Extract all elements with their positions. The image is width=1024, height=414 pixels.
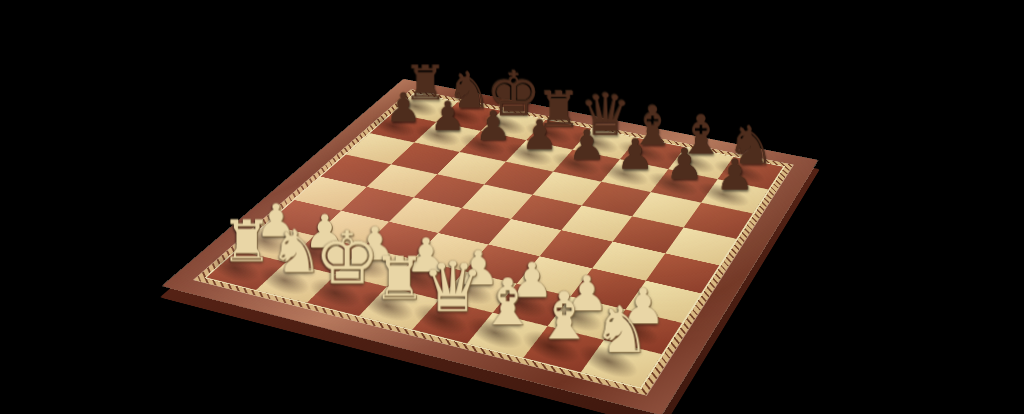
square-c7[interactable]: ♟ (460, 131, 527, 162)
square-b8[interactable]: ♞ (436, 102, 501, 131)
piece-shadow (543, 149, 608, 179)
piece-shadow (429, 102, 489, 129)
square-h7[interactable]: ♟ (701, 179, 768, 213)
square-a6[interactable] (346, 133, 414, 164)
piece-black-queen-e8[interactable]: ♛ (576, 86, 634, 144)
piece-white-knight-h1[interactable]: ♞ (589, 299, 653, 363)
board-frame: ♜♞♚♜♛♝♝♞♟♟♟♟♟♟♟♟♟♟♟♟♟♟♟♟♜♞♚♜♛♝♝♞ (162, 79, 818, 414)
piece-shadow (517, 119, 579, 147)
piece-shadow (451, 130, 513, 159)
piece-shadow (657, 147, 723, 177)
scene-background: ♜♞♚♜♛♝♝♞♟♟♟♟♟♟♟♟♟♟♟♟♟♟♟♟♜♞♚♜♛♝♝♞ (0, 0, 1024, 414)
piece-shadow (639, 168, 706, 200)
square-d8[interactable]: ♜ (526, 120, 591, 150)
piece-black-pawn-g7[interactable]: ♟ (663, 143, 706, 186)
piece-black-knight-h8[interactable]: ♞ (724, 120, 777, 173)
piece-black-pawn-h7[interactable]: ♟ (713, 153, 756, 196)
square-c8[interactable]: ♚ (481, 111, 546, 140)
scene: ♜♞♚♜♛♝♝♞♟♟♟♟♟♟♟♟♟♟♟♟♟♟♟♟♜♞♚♜♛♝♝♞ (0, 0, 1024, 414)
square-c6[interactable] (437, 152, 506, 184)
piece-shadow (497, 140, 560, 170)
piece-black-bishop-f8[interactable]: ♝ (626, 99, 680, 153)
piece-shadow (610, 137, 674, 167)
piece-black-pawn-b7[interactable]: ♟ (428, 96, 468, 136)
square-c5[interactable] (414, 174, 485, 208)
board-grid: ♜♞♚♜♛♝♝♞♟♟♟♟♟♟♟♟♟♟♟♟♟♟♟♟♜♞♚♜♛♝♝♞ (207, 94, 783, 388)
piece-shadow (386, 93, 445, 120)
chess-board: ♜♞♚♜♛♝♝♞♟♟♟♟♟♟♟♟♟♟♟♟♟♟♟♟♜♞♚♜♛♝♝♞ (162, 79, 818, 414)
piece-shadow (363, 112, 423, 140)
square-e6[interactable] (533, 172, 602, 206)
square-a7[interactable]: ♟ (370, 113, 437, 143)
piece-black-rook-d8[interactable]: ♜ (534, 85, 584, 135)
square-g6[interactable] (632, 192, 701, 227)
square-h8[interactable]: ♞ (718, 157, 783, 190)
square-f5[interactable] (561, 205, 632, 241)
piece-white-bishop-g1[interactable]: ♝ (531, 283, 596, 348)
square-f7[interactable]: ♟ (601, 159, 668, 192)
square-f6[interactable] (582, 182, 651, 216)
piece-black-pawn-c7[interactable]: ♟ (473, 105, 514, 146)
square-g7[interactable]: ♟ (651, 169, 718, 203)
square-f8[interactable]: ♝ (620, 138, 685, 169)
piece-shadow (689, 178, 757, 211)
square-e7[interactable]: ♟ (553, 150, 620, 182)
piece-black-pawn-d7[interactable]: ♟ (519, 114, 560, 155)
piece-black-bishop-g8[interactable]: ♝ (674, 109, 729, 164)
piece-black-pawn-e7[interactable]: ♟ (566, 124, 608, 166)
square-b5[interactable] (367, 164, 437, 197)
square-g8[interactable]: ♝ (668, 147, 733, 179)
piece-shadow (407, 121, 468, 150)
piece-black-pawn-f7[interactable]: ♟ (614, 133, 656, 175)
piece-shadow (706, 156, 773, 187)
square-d6[interactable] (484, 162, 553, 195)
square-a8[interactable]: ♜ (393, 94, 458, 122)
piece-black-rook-a8[interactable]: ♜ (401, 59, 449, 107)
square-d7[interactable]: ♟ (506, 140, 573, 171)
piece-black-pawn-a7[interactable]: ♟ (383, 87, 423, 127)
square-e8[interactable]: ♛ (573, 129, 638, 160)
piece-shadow (473, 110, 534, 138)
piece-black-knight-b8[interactable]: ♞ (444, 66, 494, 116)
square-a5[interactable] (321, 154, 391, 186)
square-d5[interactable] (462, 184, 533, 219)
piece-shadow (591, 159, 657, 190)
square-b6[interactable] (391, 143, 459, 175)
piece-shadow (563, 128, 626, 157)
square-b7[interactable]: ♟ (414, 122, 481, 152)
piece-black-king-c8[interactable]: ♚ (483, 64, 545, 126)
